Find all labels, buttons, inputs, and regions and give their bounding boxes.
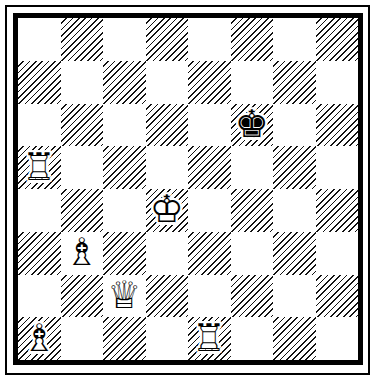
piece-fill-glyph: ♚ [235, 103, 269, 145]
square-a3[interactable] [18, 232, 61, 275]
square-g6[interactable] [273, 104, 316, 147]
square-f2[interactable] [231, 275, 274, 318]
square-d6[interactable] [146, 104, 189, 147]
piece-outline-glyph: ♕ [107, 274, 141, 316]
square-e8[interactable] [188, 18, 231, 61]
square-b7[interactable] [61, 61, 104, 104]
square-c4[interactable] [103, 189, 146, 232]
square-d3[interactable] [146, 232, 189, 275]
piece-black-king-f6[interactable]: ♚ [231, 104, 274, 147]
square-c8[interactable] [103, 18, 146, 61]
square-d4[interactable]: ♚♔ [146, 189, 189, 232]
square-a2[interactable] [18, 275, 61, 318]
square-e7[interactable] [188, 61, 231, 104]
square-f5[interactable] [231, 146, 274, 189]
square-d5[interactable] [146, 146, 189, 189]
square-h8[interactable] [316, 18, 359, 61]
piece-outline-glyph: ♖ [192, 317, 226, 359]
square-e2[interactable] [188, 275, 231, 318]
square-b3[interactable]: ♝♗ [61, 232, 104, 275]
square-a5[interactable]: ♜♖ [18, 146, 61, 189]
piece-white-queen-c2[interactable]: ♛♕ [103, 275, 146, 318]
square-f1[interactable] [231, 317, 274, 360]
square-a8[interactable] [18, 18, 61, 61]
square-g5[interactable] [273, 146, 316, 189]
square-d8[interactable] [146, 18, 189, 61]
square-b5[interactable] [61, 146, 104, 189]
square-c7[interactable] [103, 61, 146, 104]
square-e6[interactable] [188, 104, 231, 147]
chess-board: ♚♜♖♚♔♝♗♛♕♝♗♜♖ [18, 18, 358, 360]
piece-outline-glyph: ♖ [22, 146, 56, 188]
square-a6[interactable] [18, 104, 61, 147]
piece-white-rook-e1[interactable]: ♜♖ [188, 317, 231, 360]
piece-outline-glyph: ♗ [22, 317, 56, 359]
square-h4[interactable] [316, 189, 359, 232]
square-a7[interactable] [18, 61, 61, 104]
square-c2[interactable]: ♛♕ [103, 275, 146, 318]
square-d7[interactable] [146, 61, 189, 104]
piece-outline-glyph: ♔ [150, 189, 184, 231]
square-f3[interactable] [231, 232, 274, 275]
square-d2[interactable] [146, 275, 189, 318]
square-d1[interactable] [146, 317, 189, 360]
square-c5[interactable] [103, 146, 146, 189]
square-h7[interactable] [316, 61, 359, 104]
piece-white-bishop-a1[interactable]: ♝♗ [18, 317, 61, 360]
square-g2[interactable] [273, 275, 316, 318]
piece-white-rook-a5[interactable]: ♜♖ [18, 146, 61, 189]
square-g8[interactable] [273, 18, 316, 61]
square-g4[interactable] [273, 189, 316, 232]
square-h5[interactable] [316, 146, 359, 189]
square-c3[interactable] [103, 232, 146, 275]
square-h3[interactable] [316, 232, 359, 275]
square-e3[interactable] [188, 232, 231, 275]
square-b2[interactable] [61, 275, 104, 318]
square-e4[interactable] [188, 189, 231, 232]
square-e5[interactable] [188, 146, 231, 189]
square-c6[interactable] [103, 104, 146, 147]
piece-white-king-d4[interactable]: ♚♔ [146, 189, 189, 232]
square-b6[interactable] [61, 104, 104, 147]
square-f8[interactable] [231, 18, 274, 61]
square-b4[interactable] [61, 189, 104, 232]
square-h1[interactable] [316, 317, 359, 360]
square-b8[interactable] [61, 18, 104, 61]
square-f6[interactable]: ♚ [231, 104, 274, 147]
square-g7[interactable] [273, 61, 316, 104]
square-b1[interactable] [61, 317, 104, 360]
piece-outline-glyph: ♗ [65, 231, 99, 273]
square-e1[interactable]: ♜♖ [188, 317, 231, 360]
square-g3[interactable] [273, 232, 316, 275]
square-g1[interactable] [273, 317, 316, 360]
square-a4[interactable] [18, 189, 61, 232]
square-f4[interactable] [231, 189, 274, 232]
square-a1[interactable]: ♝♗ [18, 317, 61, 360]
square-h6[interactable] [316, 104, 359, 147]
piece-white-bishop-b3[interactable]: ♝♗ [61, 232, 104, 275]
square-c1[interactable] [103, 317, 146, 360]
square-h2[interactable] [316, 275, 359, 318]
square-f7[interactable] [231, 61, 274, 104]
